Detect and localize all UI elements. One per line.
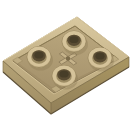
product-image bbox=[0, 0, 135, 135]
lego-tile-2x2-inverted-render bbox=[0, 0, 135, 135]
